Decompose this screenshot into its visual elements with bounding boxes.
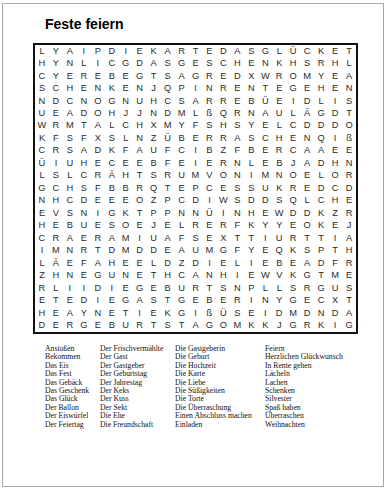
grid-cell: D: [244, 195, 258, 207]
grid-cell: D: [216, 45, 230, 57]
grid-cell: K: [286, 245, 300, 257]
grid-cell: Q: [286, 195, 300, 207]
grid-cell: N: [119, 270, 133, 282]
grid-cell: E: [91, 195, 105, 207]
grid-cell: T: [133, 207, 147, 219]
grid-cell: M: [189, 170, 203, 182]
grid-cell: N: [258, 57, 272, 69]
grid-cell: N: [230, 282, 244, 294]
grid-cell: R: [314, 57, 328, 69]
grid-cell: Ä: [300, 107, 314, 119]
grid-cell: T: [161, 295, 175, 307]
grid-cell: I: [286, 95, 300, 107]
grid-cell: F: [91, 182, 105, 194]
grid-cell: Y: [244, 245, 258, 257]
grid-cell: S: [35, 82, 49, 94]
grid-cell: E: [328, 145, 342, 157]
grid-cell: R: [77, 70, 91, 82]
grid-cell: ß: [202, 307, 216, 319]
grid-cell: E: [133, 157, 147, 169]
grid-cell: J: [147, 220, 161, 232]
grid-cell: I: [202, 257, 216, 269]
grid-cell: K: [244, 320, 258, 332]
grid-cell: E: [230, 82, 244, 94]
grid-cell: Q: [272, 245, 286, 257]
grid-cell: E: [105, 195, 119, 207]
grid-cell: R: [342, 170, 356, 182]
grid-cell: R: [216, 82, 230, 94]
grid-cell: E: [189, 57, 203, 69]
grid-cell: E: [35, 295, 49, 307]
grid-cell: E: [175, 182, 189, 194]
grid-cell: T: [161, 182, 175, 194]
grid-cell: D: [230, 70, 244, 82]
grid-cell: O: [300, 220, 314, 232]
grid-cell: M: [258, 170, 272, 182]
grid-cell: E: [119, 70, 133, 82]
grid-cell: W: [258, 70, 272, 82]
grid-cell: B: [272, 257, 286, 269]
grid-cell: V: [49, 207, 63, 219]
grid-cell: A: [300, 157, 314, 169]
grid-cell: N: [133, 132, 147, 144]
grid-cell: E: [49, 107, 63, 119]
grid-cell: Y: [272, 295, 286, 307]
grid-cell: A: [258, 107, 272, 119]
grid-cell: S: [77, 182, 91, 194]
grid-cell: Ü: [216, 307, 230, 319]
grid-cell: F: [77, 132, 91, 144]
grid-cell: R: [286, 182, 300, 194]
grid-cell: E: [49, 307, 63, 319]
grid-cell: M: [63, 120, 77, 132]
grid-cell: Ü: [286, 45, 300, 57]
grid-cell: C: [105, 157, 119, 169]
grid-cell: E: [133, 220, 147, 232]
grid-cell: L: [105, 120, 119, 132]
grid-cell: Ü: [258, 95, 272, 107]
grid-cell: I: [77, 45, 91, 57]
grid-cell: I: [119, 45, 133, 57]
grid-cell: F: [161, 145, 175, 157]
grid-cell: U: [147, 232, 161, 244]
grid-cell: S: [230, 195, 244, 207]
grid-cell: R: [272, 145, 286, 157]
grid-cell: L: [272, 120, 286, 132]
grid-cell: S: [202, 57, 216, 69]
grid-cell: R: [202, 70, 216, 82]
grid-cell: U: [175, 170, 189, 182]
word-column: Der FrischvermählteDer GastDer Gastgeber…: [100, 345, 163, 429]
grid-cell: O: [119, 220, 133, 232]
grid-cell: S: [63, 132, 77, 144]
grid-cell: Z: [175, 257, 189, 269]
grid-cell: N: [77, 207, 91, 219]
grid-cell: A: [91, 120, 105, 132]
grid-cell: H: [272, 132, 286, 144]
grid-cell: L: [77, 57, 91, 69]
grid-cell: D: [189, 195, 203, 207]
grid-cell: C: [175, 195, 189, 207]
grid-cell: N: [147, 107, 161, 119]
grid-cell: H: [49, 195, 63, 207]
grid-cell: T: [300, 232, 314, 244]
grid-cell: E: [175, 157, 189, 169]
grid-cell: X: [91, 132, 105, 144]
grid-cell: K: [161, 307, 175, 319]
grid-cell: D: [300, 307, 314, 319]
grid-cell: A: [175, 245, 189, 257]
grid-cell: E: [216, 295, 230, 307]
grid-cell: O: [91, 95, 105, 107]
grid-cell: D: [258, 195, 272, 207]
grid-cell: M: [161, 120, 175, 132]
grid-cell: C: [286, 120, 300, 132]
grid-cell: G: [300, 270, 314, 282]
grid-cell: K: [244, 220, 258, 232]
grid-cell: J: [342, 220, 356, 232]
grid-cell: R: [216, 220, 230, 232]
grid-cell: U: [119, 320, 133, 332]
grid-cell: G: [342, 320, 356, 332]
grid-cell: L: [314, 95, 328, 107]
grid-cell: C: [49, 182, 63, 194]
grid-cell: K: [258, 320, 272, 332]
grid-cell: C: [300, 45, 314, 57]
grid-cell: C: [35, 70, 49, 82]
grid-cell: I: [328, 132, 342, 144]
grid-cell: R: [286, 232, 300, 244]
grid-cell: S: [63, 145, 77, 157]
grid-cell: P: [314, 245, 328, 257]
grid-cell: U: [258, 182, 272, 194]
grid-cell: S: [272, 195, 286, 207]
grid-cell: D: [314, 157, 328, 169]
grid-cell: N: [342, 82, 356, 94]
grid-cell: A: [63, 107, 77, 119]
grid-cell: B: [105, 182, 119, 194]
grid-cell: K: [272, 182, 286, 194]
grid-cell: K: [286, 270, 300, 282]
grid-cell: I: [189, 145, 203, 157]
grid-cell: H: [161, 270, 175, 282]
grid-cell: U: [147, 145, 161, 157]
grid-cell: C: [35, 145, 49, 157]
grid-cell: E: [119, 157, 133, 169]
grid-cell: D: [314, 257, 328, 269]
grid-cell: N: [314, 307, 328, 319]
grid-cell: B: [244, 95, 258, 107]
grid-cell: T: [175, 320, 189, 332]
grid-cell: A: [342, 232, 356, 244]
grid-cell: S: [63, 207, 77, 219]
grid-cell: E: [272, 95, 286, 107]
grid-cell: O: [286, 170, 300, 182]
grid-cell: D: [77, 295, 91, 307]
grid-cell: H: [328, 157, 342, 169]
grid-cell: C: [258, 132, 272, 144]
grid-cell: D: [105, 45, 119, 57]
grid-cell: K: [314, 207, 328, 219]
grid-cell: H: [133, 120, 147, 132]
grid-cell: S: [202, 120, 216, 132]
grid-cell: A: [63, 307, 77, 319]
grid-cell: K: [119, 207, 133, 219]
grid-cell: T: [189, 45, 203, 57]
grid-cell: I: [49, 157, 63, 169]
grid-cell: K: [35, 132, 49, 144]
grid-cell: I: [189, 82, 203, 94]
grid-cell: X: [216, 232, 230, 244]
grid-cell: W: [258, 270, 272, 282]
grid-cell: I: [258, 307, 272, 319]
grid-cell: O: [216, 170, 230, 182]
grid-cell: N: [202, 82, 216, 94]
grid-cell: T: [244, 232, 258, 244]
grid-cell: T: [258, 82, 272, 94]
grid-cell: L: [35, 257, 49, 269]
grid-cell: B: [175, 132, 189, 144]
grid-cell: E: [35, 207, 49, 219]
grid-cell: V: [202, 170, 216, 182]
grid-cell: I: [328, 232, 342, 244]
grid-cell: L: [286, 107, 300, 119]
grid-cell: I: [244, 295, 258, 307]
grid-cell: R: [189, 282, 203, 294]
grid-cell: P: [91, 45, 105, 57]
word-search-grid: LYAIPDIEKARTEDASGLÜCKETHYNLICGDASGESCHEN…: [33, 43, 358, 334]
grid-cell: E: [147, 282, 161, 294]
grid-cell: F: [230, 220, 244, 232]
grid-cell: G: [35, 182, 49, 194]
grid-cell: H: [105, 107, 119, 119]
grid-cell: S: [189, 232, 203, 244]
grid-cell: T: [342, 45, 356, 57]
grid-cell: I: [91, 207, 105, 219]
grid-cell: N: [91, 82, 105, 94]
grid-cell: G: [133, 70, 147, 82]
grid-cell: A: [300, 257, 314, 269]
grid-cell: C: [202, 182, 216, 194]
grid-cell: O: [91, 107, 105, 119]
grid-cell: D: [133, 245, 147, 257]
grid-cell: I: [244, 257, 258, 269]
grid-cell: K: [272, 57, 286, 69]
grid-cell: N: [342, 157, 356, 169]
grid-cell: Ü: [35, 157, 49, 169]
grid-cell: E: [63, 70, 77, 82]
grid-cell: D: [77, 107, 91, 119]
grid-cell: T: [49, 295, 63, 307]
grid-cell: E: [300, 295, 314, 307]
grid-cell: N: [230, 170, 244, 182]
grid-cell: S: [161, 320, 175, 332]
grid-cell: T: [342, 107, 356, 119]
grid-cell: H: [63, 182, 77, 194]
grid-cell: S: [175, 95, 189, 107]
grid-cell: R: [35, 282, 49, 294]
grid-cell: L: [35, 45, 49, 57]
grid-cell: D: [328, 307, 342, 319]
grid-cell: N: [63, 245, 77, 257]
grid-cell: Ä: [105, 170, 119, 182]
grid-cell: D: [328, 120, 342, 132]
grid-cell: I: [91, 57, 105, 69]
grid-cell: I: [63, 282, 77, 294]
grid-cell: D: [189, 257, 203, 269]
grid-cell: E: [342, 195, 356, 207]
grid-cell: D: [314, 120, 328, 132]
grid-cell: E: [286, 220, 300, 232]
grid-cell: E: [119, 195, 133, 207]
grid-cell: S: [230, 307, 244, 319]
grid-cell: D: [300, 120, 314, 132]
grid-cell: D: [300, 207, 314, 219]
grid-cell: B: [119, 182, 133, 194]
grid-cell: M: [49, 245, 63, 257]
grid-cell: E: [244, 270, 258, 282]
grid-cell: E: [258, 257, 272, 269]
grid-cell: E: [258, 120, 272, 132]
grid-cell: I: [202, 195, 216, 207]
grid-cell: R: [342, 257, 356, 269]
grid-cell: E: [258, 245, 272, 257]
grid-cell: F: [175, 232, 189, 244]
grid-cell: Y: [272, 220, 286, 232]
grid-cell: G: [286, 82, 300, 94]
grid-cell: A: [63, 45, 77, 57]
grid-cell: A: [342, 307, 356, 319]
grid-cell: I: [189, 307, 203, 319]
word-column: Die GastgeberinDie GeburtDie HochzeitDie…: [175, 345, 252, 429]
grid-cell: I: [230, 270, 244, 282]
grid-cell: S: [286, 282, 300, 294]
grid-cell: B: [105, 320, 119, 332]
grid-cell: G: [258, 45, 272, 57]
grid-cell: E: [300, 182, 314, 194]
grid-cell: W: [272, 207, 286, 219]
grid-cell: H: [216, 120, 230, 132]
grid-cell: C: [49, 82, 63, 94]
grid-cell: G: [77, 320, 91, 332]
grid-cell: E: [300, 170, 314, 182]
grid-cell: D: [314, 182, 328, 194]
grid-cell: N: [91, 307, 105, 319]
grid-cell: A: [133, 145, 147, 157]
grid-cell: E: [258, 207, 272, 219]
grid-cell: M: [175, 107, 189, 119]
grid-cell: D: [133, 57, 147, 69]
grid-cell: K: [314, 320, 328, 332]
grid-cell: I: [258, 232, 272, 244]
grid-cell: N: [119, 95, 133, 107]
grid-cell: Ä: [49, 257, 63, 269]
grid-cell: R: [91, 232, 105, 244]
grid-cell: C: [286, 145, 300, 157]
grid-cell: A: [77, 145, 91, 157]
grid-cell: R: [230, 295, 244, 307]
grid-cell: C: [77, 170, 91, 182]
grid-cell: N: [244, 82, 258, 94]
grid-cell: R: [49, 145, 63, 157]
grid-cell: J: [119, 107, 133, 119]
grid-cell: O: [286, 70, 300, 82]
grid-cell: T: [202, 282, 216, 294]
grid-cell: N: [63, 57, 77, 69]
grid-cell: D: [35, 320, 49, 332]
grid-cell: H: [216, 270, 230, 282]
grid-cell: N: [272, 170, 286, 182]
grid-cell: S: [49, 170, 63, 182]
grid-cell: R: [189, 220, 203, 232]
grid-cell: A: [300, 145, 314, 157]
grid-cell: C: [63, 195, 77, 207]
grid-cell: E: [105, 307, 119, 319]
grid-cell: B: [244, 145, 258, 157]
grid-cell: D: [161, 107, 175, 119]
grid-cell: M: [230, 320, 244, 332]
grid-cell: C: [175, 145, 189, 157]
grid-cell: S: [147, 170, 161, 182]
grid-cell: G: [202, 320, 216, 332]
grid-cell: T: [230, 232, 244, 244]
grid-cell: R: [175, 45, 189, 57]
grid-cell: I: [244, 170, 258, 182]
grid-cell: F: [230, 245, 244, 257]
grid-cell: I: [216, 207, 230, 219]
grid-cell: R: [216, 95, 230, 107]
grid-cell: J: [133, 107, 147, 119]
grid-cell: Ü: [161, 132, 175, 144]
grid-cell: E: [216, 70, 230, 82]
grid-cell: E: [133, 257, 147, 269]
grid-cell: J: [286, 157, 300, 169]
grid-cell: L: [272, 45, 286, 57]
grid-cell: A: [175, 70, 189, 82]
grid-cell: F: [119, 145, 133, 157]
grid-cell: D: [49, 95, 63, 107]
grid-cell: T: [119, 307, 133, 319]
grid-cell: U: [175, 282, 189, 294]
grid-cell: N: [202, 270, 216, 282]
grid-cell: A: [189, 320, 203, 332]
grid-cell: U: [272, 232, 286, 244]
grid-cell: P: [175, 82, 189, 94]
grid-cell: C: [63, 95, 77, 107]
grid-cell: Z: [35, 270, 49, 282]
grid-cell: D: [342, 182, 356, 194]
grid-cell: D: [300, 95, 314, 107]
grid-cell: G: [105, 207, 119, 219]
grid-cell: M: [286, 307, 300, 319]
grid-cell: T: [314, 232, 328, 244]
grid-cell: A: [161, 45, 175, 57]
grid-cell: L: [189, 107, 203, 119]
grid-cell: U: [77, 220, 91, 232]
grid-cell: H: [147, 95, 161, 107]
grid-cell: D: [91, 145, 105, 157]
grid-cell: Y: [77, 307, 91, 319]
word-item: Weihnachten: [265, 421, 343, 429]
grid-cell: C: [105, 57, 119, 69]
grid-cell: E: [91, 220, 105, 232]
grid-cell: R: [91, 170, 105, 182]
grid-cell: G: [314, 107, 328, 119]
grid-cell: W: [35, 120, 49, 132]
grid-cell: A: [147, 57, 161, 69]
grid-cell: Y: [49, 70, 63, 82]
grid-cell: E: [77, 232, 91, 244]
